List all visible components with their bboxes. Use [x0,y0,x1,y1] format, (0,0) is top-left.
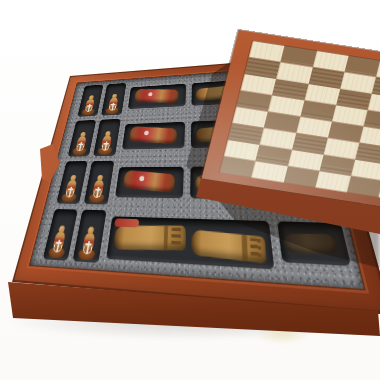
foam-slot [106,216,274,269]
foam-slot [77,85,103,117]
lying-piece [128,126,177,144]
board-square [315,171,351,192]
foam-slot [84,161,115,205]
foam-slot [128,84,186,109]
anchor-icon [109,103,117,111]
anchor-pawn [96,122,117,155]
anchor-pawn [104,86,123,115]
anchor-pawn [87,164,111,203]
foam-slot [68,120,97,157]
anchor-pawn [76,214,102,261]
foam-slot [93,119,121,156]
anchor-pawn [46,213,74,259]
rook-piece [113,226,186,251]
figure-head [87,227,94,234]
lying-piece [134,89,179,103]
foam-slot [56,161,88,204]
scene [0,0,380,380]
foam-slot [122,122,185,150]
board-square [283,166,319,187]
lying-piece [122,170,175,193]
anchor-pawn [60,164,85,202]
foam-slot [101,83,126,116]
ground-shadow [8,312,372,340]
lying-piece [283,234,339,254]
foam-slot [43,209,78,261]
board-square [252,161,288,182]
ground-reflection [256,326,310,344]
anchor-pawn [80,87,100,115]
piece-fragment [114,218,139,227]
board-square [220,156,256,177]
foam-slot [72,210,106,263]
foam-slot [115,167,184,198]
foam-slot [277,221,351,266]
rook-piece [191,230,267,264]
figure-head [58,225,65,232]
anchor-pawn [71,123,93,155]
board-square [347,176,380,197]
